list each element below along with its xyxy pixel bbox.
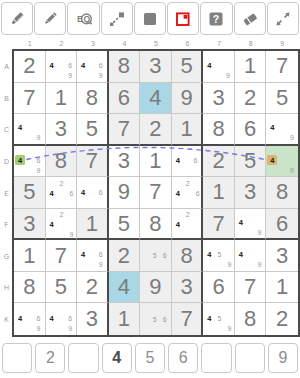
digit-button-row: 24569 xyxy=(0,343,300,373)
candidate-9: 9 xyxy=(287,165,297,175)
candidate-6: 6 xyxy=(34,314,44,324)
candidate-grid: 49 xyxy=(15,115,44,143)
cell-E9[interactable]: 8 xyxy=(266,177,298,209)
candidate-9: 9 xyxy=(34,165,44,175)
placed-digit: 5 xyxy=(244,150,256,172)
board-area: ABCDEFGHK 246946983549177186493254935721… xyxy=(12,49,300,337)
cell-H4[interactable]: 4 xyxy=(109,272,141,304)
row-label-D: D xyxy=(2,146,11,178)
cell-A4[interactable]: 8 xyxy=(109,51,141,83)
cell-A7[interactable]: 49 xyxy=(203,51,235,83)
cell-G9[interactable]: 3 xyxy=(266,240,298,272)
placed-digit: 4 xyxy=(149,87,161,109)
candidate-6: 6 xyxy=(190,156,200,166)
cell-D9[interactable]: 49 xyxy=(266,146,298,178)
candidate-6: 6 xyxy=(160,251,170,261)
candidate-9: 9 xyxy=(224,260,234,270)
cell-E1[interactable]: 5 xyxy=(14,177,46,209)
placed-digit: 5 xyxy=(180,55,192,77)
placed-digit: 7 xyxy=(180,308,192,330)
cell-D2[interactable]: 8 xyxy=(46,146,78,178)
cell-C7[interactable]: 8 xyxy=(203,114,235,146)
cell-C5[interactable]: 2 xyxy=(140,114,172,146)
candidate-grid: 49 xyxy=(204,52,233,81)
cell-K5[interactable]: 56 xyxy=(140,303,172,335)
placed-digit: 5 xyxy=(86,118,98,140)
placed-digit: 3 xyxy=(149,55,161,77)
placed-digit: 7 xyxy=(118,118,130,140)
candidate-6: 6 xyxy=(160,314,170,324)
cell-H1[interactable]: 8 xyxy=(14,272,46,304)
placed-digit: 8 xyxy=(212,118,224,140)
digit-button-4[interactable]: 4 xyxy=(102,343,132,373)
cell-F3[interactable]: 1 xyxy=(77,209,109,241)
pencil-tool-button[interactable] xyxy=(34,2,66,35)
candidate-grid: 246 xyxy=(47,178,76,207)
placed-digit: 7 xyxy=(23,87,35,109)
pencil-icon xyxy=(41,10,59,28)
placed-digit: 9 xyxy=(149,276,161,298)
candidate-4: 4 xyxy=(204,250,214,260)
candidate-4: 4 xyxy=(173,220,183,230)
cell-K3[interactable]: 3 xyxy=(77,303,109,335)
cell-G8[interactable]: 49 xyxy=(235,240,267,272)
color-candidate-icon-active xyxy=(174,10,192,28)
cell-C1[interactable]: 49 xyxy=(14,114,46,146)
candidate-grid: 46 xyxy=(78,178,106,207)
cell-D8[interactable]: 5 xyxy=(235,146,267,178)
cell-F8[interactable]: 49 xyxy=(235,209,267,241)
cell-A2[interactable]: 469 xyxy=(46,51,78,83)
candidate-5: 5 xyxy=(150,251,160,261)
cell-H5[interactable]: 9 xyxy=(140,272,172,304)
candidate-grid: 24 xyxy=(173,210,201,238)
column-labels: 123456789 xyxy=(14,35,298,49)
cell-A9[interactable]: 7 xyxy=(266,51,298,83)
candidate-4: 4 xyxy=(47,314,57,324)
cell-F6[interactable]: 24 xyxy=(172,209,204,241)
cell-H6[interactable]: 3 xyxy=(172,272,204,304)
candidate-4: 4 xyxy=(236,250,246,260)
cell-K2[interactable]: 469 xyxy=(46,303,78,335)
candidate-4: 4 xyxy=(78,187,88,197)
cell-B7[interactable]: 3 xyxy=(203,83,235,115)
row-label-C: C xyxy=(2,114,11,146)
cell-F1[interactable]: 3 xyxy=(14,209,46,241)
cell-B9[interactable]: 5 xyxy=(266,83,298,115)
col-label-5: 5 xyxy=(140,40,172,49)
candidate-9: 9 xyxy=(65,71,75,81)
placed-digit: 2 xyxy=(118,245,130,267)
candidate-9: 9 xyxy=(34,133,44,143)
candidate-grid: 246 xyxy=(173,178,201,207)
candidate-4: 4 xyxy=(15,155,25,165)
placed-digit: 7 xyxy=(55,245,67,267)
candidate-grid: 469 xyxy=(15,147,44,176)
candidate-5: 5 xyxy=(214,314,224,324)
candidate-4: 4 xyxy=(173,188,183,198)
cell-C8[interactable]: 6 xyxy=(235,114,267,146)
search-eq-icon: E Q xyxy=(75,10,93,28)
cell-A8[interactable]: 1 xyxy=(235,51,267,83)
cell-F2[interactable]: 249 xyxy=(46,209,78,241)
cell-A6[interactable]: 5 xyxy=(172,51,204,83)
cell-B1[interactable]: 7 xyxy=(14,83,46,115)
candidate-4: 4 xyxy=(78,61,88,71)
placed-digit: 8 xyxy=(23,276,35,298)
candidate-4: 4 xyxy=(267,155,277,165)
candidate-4: 4 xyxy=(47,220,57,230)
placed-digit: 8 xyxy=(276,181,288,203)
candidate-grid: 49 xyxy=(267,147,297,176)
cell-G5[interactable]: 56 xyxy=(140,240,172,272)
cell-C6[interactable]: 1 xyxy=(172,114,204,146)
candidate-4: 4 xyxy=(173,156,183,166)
cell-E2[interactable]: 246 xyxy=(46,177,78,209)
placed-digit: 5 xyxy=(23,181,35,203)
placed-digit: 7 xyxy=(276,55,288,77)
analyze-tool-button[interactable]: E Q xyxy=(67,2,99,35)
candidate-4: 4 xyxy=(47,61,57,71)
cell-K6[interactable]: 7 xyxy=(172,303,204,335)
row-label-G: G xyxy=(2,240,11,272)
row-label-B: B xyxy=(2,83,11,115)
toolbar: E Q ? xyxy=(0,0,300,35)
candidate-6: 6 xyxy=(96,61,106,71)
placed-digit: 8 xyxy=(86,87,98,109)
placed-digit: 2 xyxy=(86,276,98,298)
candidate-grid: 469 xyxy=(15,304,44,334)
col-label-6: 6 xyxy=(172,40,204,49)
candidate-2: 2 xyxy=(183,210,193,220)
eraser-tool-button[interactable] xyxy=(234,2,266,35)
placed-digit: 2 xyxy=(212,150,224,172)
placed-digit: 9 xyxy=(180,87,192,109)
filled-square-icon xyxy=(141,10,159,28)
cell-H3[interactable]: 2 xyxy=(77,272,109,304)
placed-digit: 1 xyxy=(180,118,192,140)
candidate-6: 6 xyxy=(65,314,75,324)
cell-B4[interactable]: 6 xyxy=(109,83,141,115)
chain-link-icon xyxy=(108,10,126,28)
placed-digit: 3 xyxy=(276,245,288,267)
placed-digit: 5 xyxy=(118,213,130,235)
candidate-grid: 469 xyxy=(78,52,106,81)
cell-G1[interactable]: 1 xyxy=(14,240,46,272)
cell-H2[interactable]: 5 xyxy=(46,272,78,304)
cell-F7[interactable]: 7 xyxy=(203,209,235,241)
cell-E5[interactable]: 7 xyxy=(140,177,172,209)
candidate-6: 6 xyxy=(34,155,44,165)
cell-E4[interactable]: 9 xyxy=(109,177,141,209)
candidate-grid: 469 xyxy=(47,52,76,81)
cell-E7[interactable]: 1 xyxy=(203,177,235,209)
cell-C2[interactable]: 3 xyxy=(46,114,78,146)
candidate-grid: 469 xyxy=(47,304,76,334)
candidate-5: 5 xyxy=(214,250,224,260)
col-label-3: 3 xyxy=(77,40,109,49)
help-tool-button[interactable]: ? xyxy=(200,2,232,35)
cell-B3[interactable]: 8 xyxy=(77,83,109,115)
eraser-icon xyxy=(241,10,259,28)
digit-button-9[interactable]: 9 xyxy=(268,343,298,373)
candidate-2: 2 xyxy=(57,210,67,220)
row-labels: ABCDEFGHK xyxy=(2,51,11,335)
row-label-E: E xyxy=(2,177,11,209)
candidate-grid: 469 xyxy=(78,241,106,270)
digit-button-1[interactable] xyxy=(2,343,32,373)
placed-digit: 1 xyxy=(244,55,256,77)
digit-button-8[interactable] xyxy=(235,343,265,373)
placed-digit: 7 xyxy=(149,181,161,203)
placed-digit: 8 xyxy=(149,213,161,235)
digit-button-7[interactable] xyxy=(201,343,231,373)
cell-D7[interactable]: 2 xyxy=(203,146,235,178)
placed-digit: 6 xyxy=(244,118,256,140)
placed-digit: 1 xyxy=(276,276,288,298)
candidate-grid: 49 xyxy=(267,115,297,143)
cell-D5[interactable]: 1 xyxy=(140,146,172,178)
cell-K8[interactable]: 8 xyxy=(235,303,267,335)
placed-digit: 7 xyxy=(86,150,98,172)
digit-button-3[interactable] xyxy=(68,343,98,373)
cell-B5[interactable]: 4 xyxy=(140,83,172,115)
candidate-6: 6 xyxy=(193,188,203,198)
row-label-F: F xyxy=(2,209,11,241)
candidate-9: 9 xyxy=(96,71,106,81)
col-label-1: 1 xyxy=(14,40,46,49)
candidate-grid: 56 xyxy=(141,304,170,334)
placed-digit: 7 xyxy=(244,276,256,298)
placed-digit: 3 xyxy=(118,150,130,172)
cell-F4[interactable]: 5 xyxy=(109,209,141,241)
pen-icon xyxy=(8,10,26,28)
placed-digit: 2 xyxy=(276,308,288,330)
candidate-9: 9 xyxy=(67,230,77,240)
candidate-9: 9 xyxy=(96,260,106,270)
col-label-4: 4 xyxy=(109,40,141,49)
candidate-9: 9 xyxy=(65,324,75,334)
cell-K7[interactable]: 459 xyxy=(203,303,235,335)
cell-E3[interactable]: 46 xyxy=(77,177,109,209)
candidate-4: 4 xyxy=(204,61,214,71)
placed-digit: 2 xyxy=(244,87,256,109)
row-label-K: K xyxy=(2,304,11,336)
candidate-grid: 49 xyxy=(236,210,265,238)
candidate-4: 4 xyxy=(15,314,25,324)
cell-A3[interactable]: 469 xyxy=(77,51,109,83)
question-mark-icon: ? xyxy=(207,10,225,28)
cell-H7[interactable]: 6 xyxy=(203,272,235,304)
row-label-H: H xyxy=(2,272,11,304)
placed-digit: 6 xyxy=(118,87,130,109)
placed-digit: 8 xyxy=(118,55,130,77)
cell-F9[interactable]: 6 xyxy=(266,209,298,241)
col-label-2: 2 xyxy=(46,40,78,49)
cell-D3[interactable]: 7 xyxy=(77,146,109,178)
sudoku-board: 2469469835491771864932549357218649469873… xyxy=(12,49,300,337)
candidate-2: 2 xyxy=(183,178,193,188)
placed-digit: 5 xyxy=(55,276,67,298)
placed-digit: 9 xyxy=(118,181,130,203)
digit-button-2[interactable]: 2 xyxy=(35,343,65,373)
candidate-4: 4 xyxy=(47,188,57,198)
placed-digit: 1 xyxy=(212,181,224,203)
cell-B8[interactable]: 2 xyxy=(235,83,267,115)
placed-digit: 1 xyxy=(23,245,35,267)
chain-tool-button[interactable] xyxy=(101,2,133,35)
candidate-9: 9 xyxy=(34,324,44,334)
placed-digit: 1 xyxy=(55,87,67,109)
placed-digit: 5 xyxy=(276,87,288,109)
placed-digit: 3 xyxy=(55,118,67,140)
cell-C4[interactable]: 7 xyxy=(109,114,141,146)
placed-digit: 6 xyxy=(276,213,288,235)
cell-H9[interactable]: 1 xyxy=(266,272,298,304)
placed-digit: 8 xyxy=(55,150,67,172)
cell-K4[interactable]: 1 xyxy=(109,303,141,335)
cell-G3[interactable]: 469 xyxy=(77,240,109,272)
cell-D4[interactable]: 3 xyxy=(109,146,141,178)
cell-G7[interactable]: 459 xyxy=(203,240,235,272)
candidate-9: 9 xyxy=(223,71,233,81)
candidate-9: 9 xyxy=(254,260,264,270)
color-candidate-tool-button[interactable] xyxy=(167,2,199,35)
cell-C3[interactable]: 5 xyxy=(77,114,109,146)
candidate-grid: 249 xyxy=(47,210,76,238)
candidate-6: 6 xyxy=(96,187,106,197)
candidate-grid: 49 xyxy=(236,241,265,270)
svg-text:Q: Q xyxy=(83,14,90,24)
svg-text:?: ? xyxy=(213,13,219,25)
cell-G2[interactable]: 7 xyxy=(46,240,78,272)
candidate-grid: 56 xyxy=(141,241,170,270)
candidate-9: 9 xyxy=(254,227,264,237)
digit-button-6[interactable]: 6 xyxy=(168,343,198,373)
cell-A5[interactable]: 3 xyxy=(140,51,172,83)
cell-K1[interactable]: 469 xyxy=(14,303,46,335)
candidate-9: 9 xyxy=(287,133,297,143)
col-label-7: 7 xyxy=(203,40,235,49)
cell-C9[interactable]: 49 xyxy=(266,114,298,146)
placed-digit: 8 xyxy=(180,245,192,267)
candidate-4: 4 xyxy=(78,250,88,260)
pen-tool-button[interactable] xyxy=(1,2,33,35)
candidate-6: 6 xyxy=(65,61,75,71)
candidate-grid: 46 xyxy=(173,147,201,176)
cell-B6[interactable]: 9 xyxy=(172,83,204,115)
row-label-A: A xyxy=(2,51,11,83)
col-label-9: 9 xyxy=(266,40,298,49)
cell-K9[interactable]: 2 xyxy=(266,303,298,335)
candidate-2: 2 xyxy=(57,178,67,188)
placed-digit: 6 xyxy=(212,276,224,298)
placed-digit: 8 xyxy=(244,308,256,330)
cell-E8[interactable]: 3 xyxy=(235,177,267,209)
candidate-5: 5 xyxy=(150,314,160,324)
candidate-6: 6 xyxy=(67,188,77,198)
candidate-6: 6 xyxy=(96,250,106,260)
candidate-grid: 459 xyxy=(204,304,233,334)
placed-digit: 3 xyxy=(86,308,98,330)
placed-digit: 3 xyxy=(212,87,224,109)
cell-F5[interactable]: 8 xyxy=(140,209,172,241)
candidate-grid: 459 xyxy=(204,241,233,270)
cell-H8[interactable]: 7 xyxy=(235,272,267,304)
cell-G4[interactable]: 2 xyxy=(109,240,141,272)
placed-digit: 7 xyxy=(212,213,224,235)
cell-B2[interactable]: 1 xyxy=(46,83,78,115)
candidate-4: 4 xyxy=(15,123,25,133)
cell-D1[interactable]: 469 xyxy=(14,146,46,178)
candidate-4: 4 xyxy=(236,217,246,227)
cell-E6[interactable]: 246 xyxy=(172,177,204,209)
placed-digit: 1 xyxy=(118,308,130,330)
cell-G6[interactable]: 8 xyxy=(172,240,204,272)
expand-arrows-icon xyxy=(274,10,292,28)
col-label-8: 8 xyxy=(235,40,267,49)
placed-digit: 2 xyxy=(23,55,35,77)
placed-digit: 1 xyxy=(149,150,161,172)
digit-button-5[interactable]: 5 xyxy=(135,343,165,373)
cell-A1[interactable]: 2 xyxy=(14,51,46,83)
candidate-4: 4 xyxy=(267,123,277,133)
placed-digit: 3 xyxy=(23,213,35,235)
cell-D6[interactable]: 46 xyxy=(172,146,204,178)
candidate-9: 9 xyxy=(224,324,234,334)
placed-digit: 2 xyxy=(149,118,161,140)
placed-digit: 3 xyxy=(180,276,192,298)
candidate-4: 4 xyxy=(204,314,214,324)
placed-digit: 3 xyxy=(244,181,256,203)
expand-tool-button[interactable] xyxy=(267,2,299,35)
placed-digit: 4 xyxy=(118,276,130,298)
placed-digit: 1 xyxy=(86,213,98,235)
color-cell-tool-button[interactable] xyxy=(134,2,166,35)
